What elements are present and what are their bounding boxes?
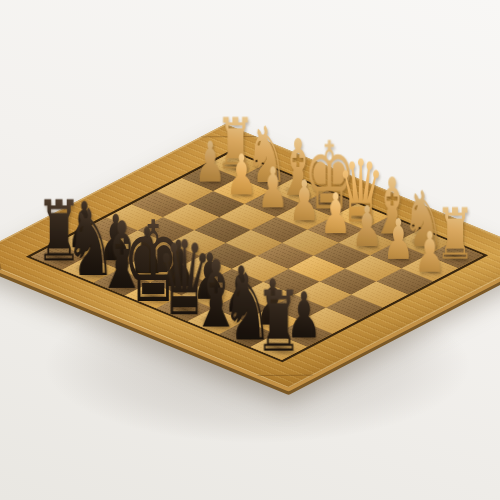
studio-background: ♜♞♝♚♛♝♞♜♟♟♟♟♟♟♟♟♟♟♟♟♟♟♟♟♜♞♝♚♛♝♞♜ [0,0,500,500]
square-a8[interactable]: ♜ [251,334,308,360]
piece-glyph: ♜ [214,281,344,365]
